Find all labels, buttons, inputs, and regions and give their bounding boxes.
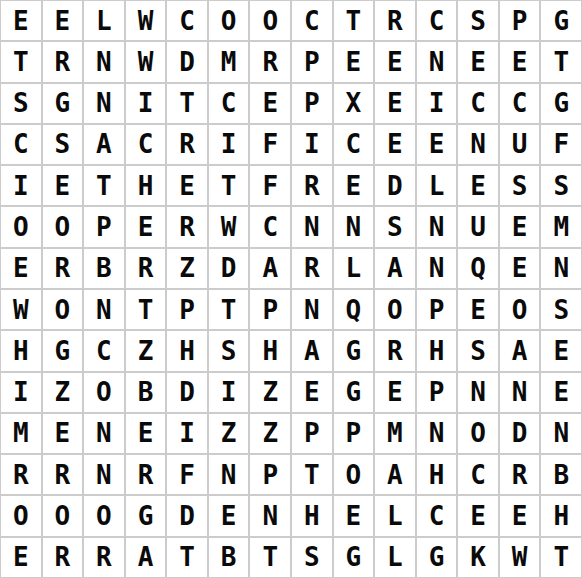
letter-cell[interactable]: Q — [457, 248, 499, 289]
letter-cell[interactable]: H — [249, 330, 291, 371]
letter-cell[interactable]: H — [416, 330, 458, 371]
letter-cell[interactable]: E — [42, 165, 84, 206]
letter-cell[interactable]: M — [540, 206, 582, 247]
letter-cell[interactable]: O — [83, 495, 125, 536]
letter-cell[interactable]: N — [416, 41, 458, 82]
letter-cell[interactable]: H — [416, 454, 458, 495]
letter-cell[interactable]: G — [42, 83, 84, 124]
letter-cell[interactable]: G — [333, 372, 375, 413]
letter-cell[interactable]: K — [457, 537, 499, 578]
letter-cell[interactable]: O — [249, 0, 291, 41]
letter-cell[interactable]: A — [249, 248, 291, 289]
letter-cell[interactable]: Z — [166, 248, 208, 289]
letter-cell[interactable]: R — [374, 330, 416, 371]
letter-cell[interactable]: N — [540, 248, 582, 289]
letter-cell[interactable]: N — [249, 495, 291, 536]
letter-cell[interactable]: D — [499, 413, 541, 454]
letter-cell[interactable]: T — [540, 41, 582, 82]
letter-cell[interactable]: N — [83, 413, 125, 454]
letter-cell[interactable]: T — [333, 0, 375, 41]
letter-cell[interactable]: G — [540, 83, 582, 124]
letter-cell[interactable]: R — [42, 248, 84, 289]
letter-cell[interactable]: D — [166, 495, 208, 536]
letter-cell[interactable]: E — [374, 41, 416, 82]
letter-cell[interactable]: T — [125, 289, 167, 330]
letter-cell[interactable]: G — [333, 537, 375, 578]
letter-cell[interactable]: E — [457, 165, 499, 206]
letter-cell[interactable]: R — [291, 165, 333, 206]
letter-cell[interactable]: W — [499, 537, 541, 578]
letter-cell[interactable]: G — [540, 0, 582, 41]
letter-cell[interactable]: O — [457, 413, 499, 454]
letter-cell[interactable]: O — [42, 206, 84, 247]
letter-cell[interactable]: O — [333, 454, 375, 495]
letter-cell[interactable]: C — [457, 454, 499, 495]
letter-cell[interactable]: R — [166, 124, 208, 165]
letter-cell[interactable]: N — [83, 454, 125, 495]
letter-cell[interactable]: E — [499, 41, 541, 82]
letter-cell[interactable]: D — [208, 248, 250, 289]
letter-cell[interactable]: G — [42, 330, 84, 371]
letter-cell[interactable]: E — [249, 83, 291, 124]
letter-cell[interactable]: E — [42, 0, 84, 41]
letter-cell[interactable]: C — [249, 206, 291, 247]
letter-cell[interactable]: R — [42, 537, 84, 578]
letter-cell[interactable]: C — [166, 0, 208, 41]
letter-cell[interactable]: R — [125, 454, 167, 495]
letter-cell[interactable]: X — [333, 83, 375, 124]
letter-cell[interactable]: E — [333, 495, 375, 536]
letter-cell[interactable]: O — [0, 206, 42, 247]
letter-cell[interactable]: N — [457, 372, 499, 413]
letter-cell[interactable]: P — [499, 0, 541, 41]
letter-cell[interactable]: R — [291, 248, 333, 289]
letter-cell[interactable]: N — [416, 248, 458, 289]
letter-cell[interactable]: E — [291, 372, 333, 413]
letter-cell[interactable]: A — [499, 330, 541, 371]
letter-cell[interactable]: A — [374, 454, 416, 495]
letter-cell[interactable]: F — [166, 454, 208, 495]
letter-cell[interactable]: S — [457, 0, 499, 41]
letter-cell[interactable]: E — [0, 248, 42, 289]
letter-cell[interactable]: N — [499, 372, 541, 413]
letter-cell[interactable]: L — [83, 0, 125, 41]
letter-cell[interactable]: R — [42, 454, 84, 495]
letter-cell[interactable]: R — [83, 537, 125, 578]
letter-cell[interactable]: R — [0, 454, 42, 495]
letter-cell[interactable]: I — [208, 372, 250, 413]
letter-cell[interactable]: B — [83, 248, 125, 289]
letter-cell[interactable]: F — [249, 165, 291, 206]
letter-cell[interactable]: P — [166, 289, 208, 330]
letter-cell[interactable]: H — [125, 165, 167, 206]
letter-cell[interactable]: S — [499, 165, 541, 206]
letter-cell[interactable]: M — [208, 41, 250, 82]
letter-cell[interactable]: C — [333, 124, 375, 165]
letter-cell[interactable]: A — [125, 537, 167, 578]
letter-cell[interactable]: N — [416, 206, 458, 247]
letter-cell[interactable]: C — [0, 124, 42, 165]
letter-cell[interactable]: N — [291, 206, 333, 247]
letter-cell[interactable]: B — [540, 454, 582, 495]
letter-cell[interactable]: N — [457, 124, 499, 165]
letter-cell[interactable]: T — [83, 165, 125, 206]
letter-cell[interactable]: P — [291, 83, 333, 124]
letter-cell[interactable]: O — [83, 372, 125, 413]
letter-cell[interactable]: R — [374, 0, 416, 41]
letter-cell[interactable]: B — [125, 372, 167, 413]
letter-cell[interactable]: L — [416, 165, 458, 206]
letter-cell[interactable]: E — [42, 413, 84, 454]
letter-cell[interactable]: O — [42, 289, 84, 330]
letter-cell[interactable]: I — [208, 124, 250, 165]
letter-cell[interactable]: N — [83, 83, 125, 124]
letter-cell[interactable]: W — [0, 289, 42, 330]
letter-cell[interactable]: E — [457, 41, 499, 82]
letter-cell[interactable]: S — [457, 330, 499, 371]
letter-cell[interactable]: T — [291, 454, 333, 495]
letter-cell[interactable]: R — [125, 248, 167, 289]
letter-cell[interactable]: B — [208, 537, 250, 578]
letter-cell[interactable]: G — [416, 537, 458, 578]
letter-cell[interactable]: H — [291, 495, 333, 536]
letter-cell[interactable]: I — [291, 124, 333, 165]
letter-cell[interactable]: E — [374, 372, 416, 413]
letter-cell[interactable]: E — [374, 83, 416, 124]
letter-cell[interactable]: I — [125, 83, 167, 124]
letter-cell[interactable]: G — [333, 330, 375, 371]
letter-cell[interactable]: S — [374, 206, 416, 247]
letter-cell[interactable]: T — [208, 165, 250, 206]
letter-cell[interactable]: T — [166, 537, 208, 578]
letter-cell[interactable]: H — [166, 330, 208, 371]
letter-cell[interactable]: P — [416, 289, 458, 330]
letter-cell[interactable]: N — [208, 454, 250, 495]
letter-cell[interactable]: E — [0, 537, 42, 578]
letter-cell[interactable]: E — [540, 372, 582, 413]
letter-cell[interactable]: I — [166, 413, 208, 454]
word-search-board: EELWCOOCTRCSPGTRNWDMRPEENEETSGNITCEPXEIC… — [0, 0, 582, 578]
letter-cell[interactable]: E — [333, 165, 375, 206]
letter-cell[interactable]: M — [0, 413, 42, 454]
letter-cell[interactable]: E — [333, 41, 375, 82]
letter-cell[interactable]: C — [416, 0, 458, 41]
letter-cell[interactable]: Z — [125, 330, 167, 371]
letter-cell[interactable]: S — [208, 330, 250, 371]
letter-cell[interactable]: N — [333, 206, 375, 247]
letter-cell[interactable]: Z — [249, 413, 291, 454]
letter-cell[interactable]: R — [499, 454, 541, 495]
letter-cell[interactable]: W — [208, 206, 250, 247]
letter-cell[interactable]: L — [333, 248, 375, 289]
letter-cell[interactable]: O — [0, 495, 42, 536]
letter-cell[interactable]: U — [457, 206, 499, 247]
letter-cell[interactable]: N — [540, 413, 582, 454]
letter-cell[interactable]: E — [499, 495, 541, 536]
letter-cell[interactable]: C — [83, 330, 125, 371]
letter-cell[interactable]: I — [0, 372, 42, 413]
letter-cell[interactable]: E — [0, 0, 42, 41]
letter-cell[interactable]: L — [374, 495, 416, 536]
letter-cell[interactable]: F — [249, 124, 291, 165]
letter-cell[interactable]: D — [374, 165, 416, 206]
letter-cell[interactable]: R — [166, 206, 208, 247]
word-search-puzzle: EELWCOOCTRCSPGTRNWDMRPEENEETSGNITCEPXEIC… — [0, 0, 582, 578]
letter-cell[interactable]: N — [83, 289, 125, 330]
letter-cell[interactable]: E — [125, 206, 167, 247]
letter-cell[interactable]: O — [499, 289, 541, 330]
letter-cell[interactable]: Z — [208, 413, 250, 454]
letter-cell[interactable]: F — [540, 124, 582, 165]
letter-cell[interactable]: P — [249, 454, 291, 495]
letter-cell[interactable]: C — [416, 495, 458, 536]
letter-cell[interactable]: C — [291, 0, 333, 41]
letter-cell[interactable]: N — [416, 413, 458, 454]
letter-cell[interactable]: N — [83, 41, 125, 82]
letter-cell[interactable]: E — [374, 124, 416, 165]
letter-cell[interactable]: P — [249, 289, 291, 330]
letter-cell[interactable]: D — [166, 372, 208, 413]
letter-cell[interactable]: S — [42, 124, 84, 165]
letter-cell[interactable]: R — [249, 41, 291, 82]
letter-cell[interactable]: E — [416, 124, 458, 165]
letter-cell[interactable]: A — [291, 330, 333, 371]
letter-cell[interactable]: P — [291, 41, 333, 82]
letter-cell[interactable]: T — [208, 289, 250, 330]
letter-cell[interactable]: E — [540, 330, 582, 371]
letter-cell[interactable]: S — [540, 289, 582, 330]
letter-cell[interactable]: S — [291, 537, 333, 578]
letter-cell[interactable]: S — [540, 165, 582, 206]
letter-cell[interactable]: E — [457, 289, 499, 330]
letter-cell[interactable]: O — [208, 0, 250, 41]
letter-cell[interactable]: W — [125, 41, 167, 82]
letter-cell[interactable]: G — [125, 495, 167, 536]
letter-cell[interactable]: P — [291, 413, 333, 454]
letter-cell[interactable]: L — [374, 537, 416, 578]
letter-cell[interactable]: T — [0, 41, 42, 82]
letter-cell[interactable]: Q — [333, 289, 375, 330]
letter-cell[interactable]: Z — [42, 372, 84, 413]
letter-cell[interactable]: U — [499, 124, 541, 165]
letter-cell[interactable]: P — [416, 372, 458, 413]
letter-cell[interactable]: P — [83, 206, 125, 247]
letter-cell[interactable]: E — [457, 495, 499, 536]
letter-cell[interactable]: E — [208, 495, 250, 536]
letter-cell[interactable]: H — [0, 330, 42, 371]
letter-cell[interactable]: C — [457, 83, 499, 124]
letter-cell[interactable]: D — [166, 41, 208, 82]
letter-cell[interactable]: W — [125, 0, 167, 41]
letter-cell[interactable]: T — [166, 83, 208, 124]
letter-cell[interactable]: O — [374, 289, 416, 330]
letter-cell[interactable]: E — [125, 413, 167, 454]
letter-cell[interactable]: S — [0, 83, 42, 124]
letter-cell[interactable]: I — [0, 165, 42, 206]
letter-cell[interactable]: E — [499, 206, 541, 247]
letter-cell[interactable]: O — [42, 495, 84, 536]
letter-cell[interactable]: C — [208, 83, 250, 124]
letter-cell[interactable]: C — [499, 83, 541, 124]
letter-cell[interactable]: T — [249, 537, 291, 578]
letter-cell[interactable]: Z — [249, 372, 291, 413]
letter-cell[interactable]: C — [125, 124, 167, 165]
letter-cell[interactable]: T — [540, 537, 582, 578]
letter-cell[interactable]: H — [540, 495, 582, 536]
letter-cell[interactable]: E — [166, 165, 208, 206]
letter-cell[interactable]: R — [42, 41, 84, 82]
letter-cell[interactable]: P — [333, 413, 375, 454]
letter-cell[interactable]: N — [291, 289, 333, 330]
letter-cell[interactable]: E — [499, 248, 541, 289]
letter-cell[interactable]: M — [374, 413, 416, 454]
letter-cell[interactable]: A — [374, 248, 416, 289]
letter-cell[interactable]: I — [416, 83, 458, 124]
letter-cell[interactable]: A — [83, 124, 125, 165]
